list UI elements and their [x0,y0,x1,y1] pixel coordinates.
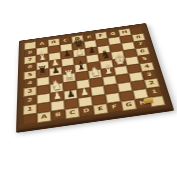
coordinate-label: 3 [24,87,35,96]
coordinate-cell-6: 6 [24,63,37,72]
product-photo-scene: ABCDEFGH8♚87♝♟♟♟76♟♞65♜♟♝♚54♜♞♝43♞32♟♟♟2… [0,0,177,177]
coordinate-cell-D: D [79,105,94,117]
coordinate-label: A [38,112,50,122]
white-king: ♚ [112,52,125,66]
coordinate-label: 2 [24,96,36,105]
coordinate-label: 5 [139,55,152,63]
coordinate-label: G [122,100,136,110]
square-h4 [127,64,142,74]
dark-knight: ♞ [99,48,111,61]
coordinate-cell-8: 8 [132,33,146,41]
white-pawn: ♟ [52,90,62,101]
dark-rook: ♜ [36,64,48,77]
coordinate-label: 1 [148,87,162,96]
white-pawn: ♟ [75,47,84,57]
square-b5: ♟ [49,67,62,77]
border-corner-cell [23,113,37,125]
coordinate-cell-C: C [65,107,80,119]
coordinate-cell-E: E [93,103,109,115]
dark-pawn: ♟ [87,45,96,55]
dark-pawn: ♟ [62,49,71,59]
coordinate-label: D [80,106,93,116]
coordinate-cell-5: 5 [24,70,37,80]
coordinate-label: 5 [25,71,36,79]
square-e4: ♞ [88,69,102,79]
dark-pawn: ♟ [51,66,60,76]
white-pawn: ♟ [79,87,89,98]
coordinate-cell-A: A [37,111,51,123]
coordinate-label: 2 [145,79,159,88]
white-bishop: ♝ [36,49,48,62]
coordinate-label: E [94,104,107,114]
coordinate-label: F [108,102,121,112]
coordinate-label: 4 [24,79,35,88]
square-c4: ♜ [62,73,76,83]
white-bishop: ♝ [102,63,115,77]
white-knight: ♞ [89,65,102,79]
board-grid: ABCDEFGH8♚87♝♟♟♟76♟♞65♜♟♝♚54♜♞♝43♞32♟♟♟2… [23,27,166,125]
white-rook: ♜ [62,69,75,83]
coordinate-label: C [66,108,79,118]
dark-pawn: ♟ [65,89,75,100]
dark-bishop: ♝ [75,59,87,72]
coordinate-label: 6 [137,48,149,56]
coordinate-label: B [52,110,64,120]
square-c6 [61,57,74,66]
coordinate-cell-B: B [51,109,66,121]
